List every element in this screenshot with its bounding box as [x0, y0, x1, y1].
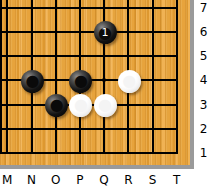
intersection-M6[interactable] [0, 21, 20, 45]
intersection-M7[interactable] [0, 0, 20, 21]
intersection-T7[interactable] [166, 0, 190, 21]
intersection-T5[interactable] [166, 45, 190, 69]
row-label-6: 6 [195, 25, 212, 39]
white-stone-R4: ● [118, 70, 141, 93]
move-number-1: 1 [94, 21, 117, 44]
row-label-1: 1 [195, 146, 212, 160]
star-point-Q4 [102, 78, 106, 82]
col-label-T: T [173, 173, 180, 187]
stone-glyph: ● [26, 73, 40, 89]
intersection-R3[interactable] [117, 93, 141, 117]
row-label-7: 7 [195, 1, 212, 15]
intersection-R6[interactable] [117, 21, 141, 45]
intersection-Q3[interactable]: ● [93, 93, 117, 117]
intersection-S6[interactable] [141, 21, 165, 45]
intersection-P5[interactable] [69, 45, 93, 69]
black-stone-P4: ● [69, 70, 92, 93]
intersection-P2[interactable] [69, 118, 93, 142]
intersection-M2[interactable] [0, 118, 20, 142]
stone-glyph: ● [50, 97, 64, 113]
intersection-O2[interactable] [45, 118, 69, 142]
white-stone-P3: ● [69, 94, 92, 117]
white-stone-Q3: ● [94, 94, 117, 117]
row-label-5: 5 [195, 49, 212, 63]
stone-glyph: ● [98, 97, 112, 113]
intersection-Q1[interactable] [93, 142, 117, 166]
intersection-S7[interactable] [141, 0, 165, 21]
intersection-R2[interactable] [117, 118, 141, 142]
intersection-P4[interactable]: ● [69, 69, 93, 93]
intersection-R7[interactable] [117, 0, 141, 21]
intersection-N6[interactable] [20, 21, 44, 45]
intersection-O5[interactable] [45, 45, 69, 69]
intersection-M4[interactable] [0, 69, 20, 93]
col-label-M: M [2, 173, 12, 187]
board-grid: ●1●●●●●● [0, 0, 190, 166]
col-label-N: N [27, 173, 36, 187]
black-stone-N4: ● [21, 70, 44, 93]
intersection-O4[interactable] [45, 69, 69, 93]
intersection-R1[interactable] [117, 142, 141, 166]
col-label-S: S [149, 173, 157, 187]
stone-glyph: ● [122, 73, 136, 89]
black-stone-O3: ● [45, 94, 68, 117]
intersection-P7[interactable] [69, 0, 93, 21]
intersection-T2[interactable] [166, 118, 190, 142]
col-label-R: R [124, 173, 132, 187]
intersection-P3[interactable]: ● [69, 93, 93, 117]
stone-glyph: ● [74, 73, 88, 89]
intersection-N4[interactable]: ● [20, 69, 44, 93]
intersection-N7[interactable] [20, 0, 44, 21]
intersection-N3[interactable] [20, 93, 44, 117]
stone-glyph: ● [74, 97, 88, 113]
intersection-M3[interactable] [0, 93, 20, 117]
intersection-P6[interactable] [69, 21, 93, 45]
intersection-S5[interactable] [141, 45, 165, 69]
intersection-O7[interactable] [45, 0, 69, 21]
row-label-3: 3 [195, 98, 212, 112]
intersection-O3[interactable]: ● [45, 93, 69, 117]
intersection-R4[interactable]: ● [117, 69, 141, 93]
row-label-4: 4 [195, 73, 212, 87]
intersection-R5[interactable] [117, 45, 141, 69]
intersection-O1[interactable] [45, 142, 69, 166]
intersection-O6[interactable] [45, 21, 69, 45]
row-label-2: 2 [195, 122, 212, 136]
intersection-S4[interactable] [141, 69, 165, 93]
intersection-M5[interactable] [0, 45, 20, 69]
intersection-S2[interactable] [141, 118, 165, 142]
intersection-M1[interactable] [0, 142, 20, 166]
col-label-Q: Q [99, 173, 108, 187]
intersection-T6[interactable] [166, 21, 190, 45]
intersection-N1[interactable] [20, 142, 44, 166]
intersection-Q6[interactable]: ●1 [93, 21, 117, 45]
intersection-Q2[interactable] [93, 118, 117, 142]
intersection-N5[interactable] [20, 45, 44, 69]
intersection-S1[interactable] [141, 142, 165, 166]
intersection-N2[interactable] [20, 118, 44, 142]
black-stone-Q6: ●1 [94, 21, 117, 44]
col-label-O: O [51, 173, 60, 187]
intersection-S3[interactable] [141, 93, 165, 117]
intersection-Q7[interactable] [93, 0, 117, 21]
intersection-P1[interactable] [69, 142, 93, 166]
intersection-Q5[interactable] [93, 45, 117, 69]
intersection-T4[interactable] [166, 69, 190, 93]
go-diagram: ●1●●●●●● MNOPQRST7654321 [0, 0, 212, 188]
intersection-T1[interactable] [166, 142, 190, 166]
board-shadow-right [190, 0, 194, 169]
intersection-T3[interactable] [166, 93, 190, 117]
col-label-P: P [76, 173, 83, 187]
